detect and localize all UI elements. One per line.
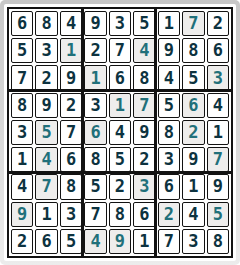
cell-r7c5[interactable]: 2 (109, 174, 131, 199)
cell-r8c2[interactable]: 1 (35, 202, 57, 227)
cell-r6c1[interactable]: 1 (11, 147, 33, 172)
cell-r8c8[interactable]: 4 (182, 202, 204, 227)
cell-r6c8[interactable]: 9 (182, 147, 204, 172)
cell-r5c5[interactable]: 4 (109, 120, 131, 145)
cell-r5c1[interactable]: 3 (11, 120, 33, 145)
cell-r7c9[interactable]: 9 (207, 174, 229, 199)
cell-r5c4[interactable]: 6 (84, 120, 106, 145)
cell-r2c7[interactable]: 9 (158, 38, 180, 63)
cell-r4c7[interactable]: 5 (158, 93, 180, 118)
cell-r9c8[interactable]: 3 (182, 229, 204, 254)
cell-r8c1[interactable]: 9 (11, 202, 33, 227)
cell-r9c6[interactable]: 1 (133, 229, 155, 254)
cell-r8c5[interactable]: 8 (109, 202, 131, 227)
board-mat: 6849351725312749867291684538923175643576… (4, 4, 236, 261)
cell-r3c3[interactable]: 9 (60, 65, 82, 90)
cell-r1c9[interactable]: 2 (207, 11, 229, 36)
block-divider-vertical-1 (81, 9, 84, 256)
cell-r1c7[interactable]: 1 (158, 11, 180, 36)
cell-r6c5[interactable]: 5 (109, 147, 131, 172)
cell-r2c6[interactable]: 4 (133, 38, 155, 63)
cell-r7c8[interactable]: 1 (182, 174, 204, 199)
cell-r5c3[interactable]: 7 (60, 120, 82, 145)
cell-r1c6[interactable]: 5 (133, 11, 155, 36)
cell-r9c4[interactable]: 4 (84, 229, 106, 254)
cell-r6c3[interactable]: 6 (60, 147, 82, 172)
cell-r3c4[interactable]: 1 (84, 65, 106, 90)
cell-r8c4[interactable]: 7 (84, 202, 106, 227)
sudoku-app: 6849351725312749867291684538923175643576… (0, 0, 240, 265)
cell-r3c7[interactable]: 4 (158, 65, 180, 90)
cell-r7c4[interactable]: 5 (84, 174, 106, 199)
cell-r1c2[interactable]: 8 (35, 11, 57, 36)
cell-r1c4[interactable]: 9 (84, 11, 106, 36)
cell-r9c3[interactable]: 5 (60, 229, 82, 254)
cell-r8c3[interactable]: 3 (60, 202, 82, 227)
cell-r9c5[interactable]: 9 (109, 229, 131, 254)
cell-r9c7[interactable]: 7 (158, 229, 180, 254)
cell-r3c8[interactable]: 5 (182, 65, 204, 90)
sudoku-grid: 6849351725312749867291684538923175643576… (11, 11, 229, 254)
cell-r3c9[interactable]: 3 (207, 65, 229, 90)
cell-r5c8[interactable]: 2 (182, 120, 204, 145)
cell-r4c2[interactable]: 9 (35, 93, 57, 118)
cell-r3c5[interactable]: 6 (109, 65, 131, 90)
cell-r4c5[interactable]: 1 (109, 93, 131, 118)
cell-r4c1[interactable]: 8 (11, 93, 33, 118)
cell-r2c2[interactable]: 3 (35, 38, 57, 63)
cell-r4c6[interactable]: 7 (133, 93, 155, 118)
cell-r1c3[interactable]: 4 (60, 11, 82, 36)
cell-r8c7[interactable]: 2 (158, 202, 180, 227)
cell-r6c9[interactable]: 7 (207, 147, 229, 172)
cell-r4c9[interactable]: 4 (207, 93, 229, 118)
cell-r2c4[interactable]: 2 (84, 38, 106, 63)
cell-r7c3[interactable]: 8 (60, 174, 82, 199)
cell-r3c2[interactable]: 2 (35, 65, 57, 90)
cell-r8c6[interactable]: 6 (133, 202, 155, 227)
cell-r1c1[interactable]: 6 (11, 11, 33, 36)
cell-r3c6[interactable]: 8 (133, 65, 155, 90)
cell-r4c4[interactable]: 3 (84, 93, 106, 118)
cell-r5c6[interactable]: 9 (133, 120, 155, 145)
sudoku-board: 6849351725312749867291684538923175643576… (7, 7, 233, 258)
cell-r7c7[interactable]: 6 (158, 174, 180, 199)
cell-r6c6[interactable]: 2 (133, 147, 155, 172)
cell-r2c1[interactable]: 5 (11, 38, 33, 63)
cell-r2c5[interactable]: 7 (109, 38, 131, 63)
cell-r5c2[interactable]: 5 (35, 120, 57, 145)
cell-r6c2[interactable]: 4 (35, 147, 57, 172)
cell-r7c6[interactable]: 3 (133, 174, 155, 199)
cell-r2c8[interactable]: 8 (182, 38, 204, 63)
cell-r2c3[interactable]: 1 (60, 38, 82, 63)
cell-r7c2[interactable]: 7 (35, 174, 57, 199)
cell-r9c9[interactable]: 8 (207, 229, 229, 254)
cell-r8c9[interactable]: 5 (207, 202, 229, 227)
block-divider-horizontal-1 (9, 89, 231, 92)
cell-r9c1[interactable]: 2 (11, 229, 33, 254)
cell-r1c5[interactable]: 3 (109, 11, 131, 36)
cell-r6c7[interactable]: 3 (158, 147, 180, 172)
cell-r5c9[interactable]: 1 (207, 120, 229, 145)
cell-r4c3[interactable]: 2 (60, 93, 82, 118)
cell-r7c1[interactable]: 4 (11, 174, 33, 199)
block-divider-vertical-2 (154, 9, 157, 256)
cell-r4c8[interactable]: 6 (182, 93, 204, 118)
board-frame: 6849351725312749867291684538923175643576… (0, 0, 240, 265)
cell-r2c9[interactable]: 6 (207, 38, 229, 63)
block-divider-horizontal-2 (9, 171, 231, 174)
cell-r1c8[interactable]: 7 (182, 11, 204, 36)
cell-r6c4[interactable]: 8 (84, 147, 106, 172)
cell-r3c1[interactable]: 7 (11, 65, 33, 90)
cell-r9c2[interactable]: 6 (35, 229, 57, 254)
cell-r5c7[interactable]: 8 (158, 120, 180, 145)
